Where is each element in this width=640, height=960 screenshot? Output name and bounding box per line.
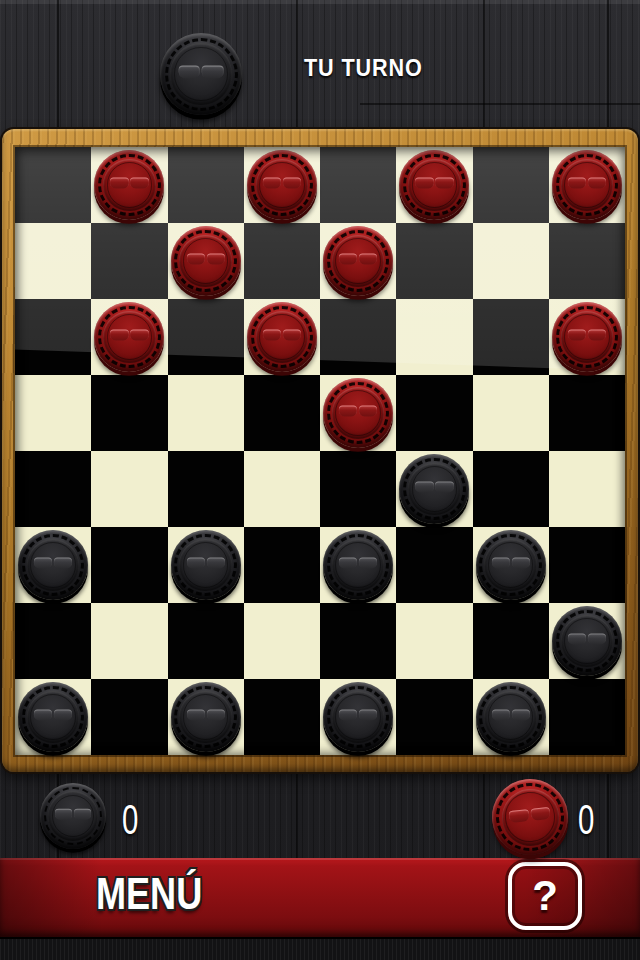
red-piece[interactable]	[94, 302, 164, 372]
square-r6c8[interactable]	[549, 527, 625, 603]
black-piece[interactable]	[323, 682, 393, 752]
square-r2c2[interactable]	[91, 223, 167, 299]
question-icon: ?	[532, 872, 558, 920]
square-r4c4[interactable]	[244, 375, 320, 451]
square-r7c6[interactable]	[396, 603, 472, 679]
square-r7c1[interactable]	[15, 603, 91, 679]
square-r3c2[interactable]	[91, 299, 167, 375]
red-piece[interactable]	[323, 226, 393, 296]
square-r1c6[interactable]	[396, 147, 472, 223]
red-checker-icon	[488, 775, 572, 859]
square-r2c5[interactable]	[320, 223, 396, 299]
square-r8c8[interactable]	[549, 679, 625, 755]
red-piece[interactable]	[247, 150, 317, 220]
square-r1c2[interactable]	[91, 147, 167, 223]
square-r7c4[interactable]	[244, 603, 320, 679]
sunglasses-icon	[55, 809, 91, 820]
black-captured-count: 0	[122, 799, 145, 841]
square-r1c3[interactable]	[168, 147, 244, 223]
square-r7c5[interactable]	[320, 603, 396, 679]
square-r8c2[interactable]	[91, 679, 167, 755]
black-piece[interactable]	[171, 530, 241, 600]
square-r5c2[interactable]	[91, 451, 167, 527]
square-r6c2[interactable]	[91, 527, 167, 603]
square-r5c3[interactable]	[168, 451, 244, 527]
red-piece[interactable]	[171, 226, 241, 296]
square-r1c4[interactable]	[244, 147, 320, 223]
square-r4c7[interactable]	[473, 375, 549, 451]
board-frame	[2, 129, 638, 772]
square-r2c7[interactable]	[473, 223, 549, 299]
square-r7c7[interactable]	[473, 603, 549, 679]
square-r1c7[interactable]	[473, 147, 549, 223]
square-r3c5[interactable]	[320, 299, 396, 375]
square-r5c6[interactable]	[396, 451, 472, 527]
square-r6c1[interactable]	[15, 527, 91, 603]
square-r6c6[interactable]	[396, 527, 472, 603]
square-r3c3[interactable]	[168, 299, 244, 375]
black-piece[interactable]	[18, 682, 88, 752]
square-r7c2[interactable]	[91, 603, 167, 679]
red-piece[interactable]	[552, 302, 622, 372]
square-r4c3[interactable]	[168, 375, 244, 451]
turn-status-label: TU TURNO	[304, 54, 436, 82]
bottom-strip	[0, 937, 640, 960]
square-r5c7[interactable]	[473, 451, 549, 527]
red-piece[interactable]	[399, 150, 469, 220]
square-r2c6[interactable]	[396, 223, 472, 299]
square-r1c8[interactable]	[549, 147, 625, 223]
square-r8c4[interactable]	[244, 679, 320, 755]
square-r2c3[interactable]	[168, 223, 244, 299]
square-r4c1[interactable]	[15, 375, 91, 451]
black-checker-icon	[160, 33, 242, 115]
square-r1c1[interactable]	[15, 147, 91, 223]
square-r1c5[interactable]	[320, 147, 396, 223]
square-r5c5[interactable]	[320, 451, 396, 527]
square-r4c2[interactable]	[91, 375, 167, 451]
square-r4c5[interactable]	[320, 375, 396, 451]
app-screen: TU TURNO 0 0 MENÚ ?	[0, 0, 640, 960]
square-r3c8[interactable]	[549, 299, 625, 375]
menu-button[interactable]: MENÚ	[96, 872, 226, 916]
black-piece[interactable]	[323, 530, 393, 600]
board-wrap	[15, 147, 625, 755]
wood-seam-horizontal	[360, 103, 640, 105]
square-r3c4[interactable]	[244, 299, 320, 375]
square-r5c1[interactable]	[15, 451, 91, 527]
red-piece[interactable]	[552, 150, 622, 220]
square-r5c4[interactable]	[244, 451, 320, 527]
square-r3c1[interactable]	[15, 299, 91, 375]
black-piece[interactable]	[552, 606, 622, 676]
square-r8c5[interactable]	[320, 679, 396, 755]
square-r8c3[interactable]	[168, 679, 244, 755]
red-piece[interactable]	[94, 150, 164, 220]
square-r6c7[interactable]	[473, 527, 549, 603]
black-piece[interactable]	[399, 454, 469, 524]
square-r2c8[interactable]	[549, 223, 625, 299]
square-r6c3[interactable]	[168, 527, 244, 603]
sunglasses-icon	[179, 65, 224, 78]
black-piece[interactable]	[476, 530, 546, 600]
turn-status-text: TU TURNO	[304, 54, 423, 82]
square-r3c7[interactable]	[473, 299, 549, 375]
square-r6c5[interactable]	[320, 527, 396, 603]
red-piece[interactable]	[247, 302, 317, 372]
square-r7c8[interactable]	[549, 603, 625, 679]
square-r8c6[interactable]	[396, 679, 472, 755]
red-piece[interactable]	[323, 378, 393, 448]
square-r8c7[interactable]	[473, 679, 549, 755]
black-checker-icon	[40, 783, 106, 849]
square-r6c4[interactable]	[244, 527, 320, 603]
black-piece[interactable]	[476, 682, 546, 752]
help-button[interactable]: ?	[508, 862, 582, 930]
wood-top-highlight	[0, 0, 640, 4]
square-r2c4[interactable]	[244, 223, 320, 299]
black-piece[interactable]	[171, 682, 241, 752]
red-captured-count: 0	[578, 799, 601, 841]
square-r4c6[interactable]	[396, 375, 472, 451]
square-r4c8[interactable]	[549, 375, 625, 451]
square-r3c6[interactable]	[396, 299, 472, 375]
black-piece[interactable]	[18, 530, 88, 600]
square-r5c8[interactable]	[549, 451, 625, 527]
square-r2c1[interactable]	[15, 223, 91, 299]
square-r8c1[interactable]	[15, 679, 91, 755]
board	[15, 147, 625, 755]
square-r7c3[interactable]	[168, 603, 244, 679]
